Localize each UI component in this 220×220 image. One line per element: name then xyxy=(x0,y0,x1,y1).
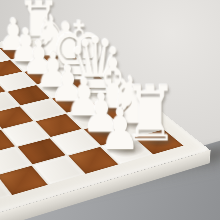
chess-board: ♟♜♟♞♟♝♟♚♟♛♟♝♟♞♟♜ xyxy=(0,30,210,220)
photo-scene: ♟♜♟♞♟♝♟♚♟♛♟♝♟♞♟♜ xyxy=(0,0,220,220)
board-wrapper: ♟♜♟♞♟♝♟♚♟♛♟♝♟♞♟♜ xyxy=(0,0,220,220)
piece-glyph: ♟ xyxy=(100,102,140,158)
